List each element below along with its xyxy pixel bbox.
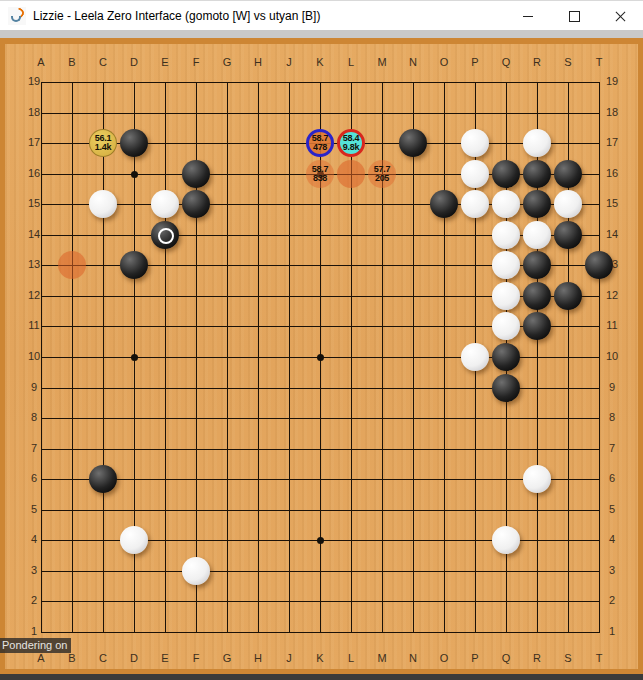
coord-letter-bottom: C	[89, 652, 117, 665]
grid-vline	[444, 82, 445, 633]
coord-letter-top: M	[368, 56, 396, 69]
stone-white-R14[interactable]	[523, 221, 551, 249]
stone-white-D4[interactable]	[120, 526, 148, 554]
stone-white-Q4[interactable]	[492, 526, 520, 554]
coord-number-right: 18	[598, 106, 626, 119]
coord-number-left: 5	[20, 503, 48, 516]
coord-letter-top: B	[58, 56, 86, 69]
coord-number-right: 16	[598, 167, 626, 180]
coord-number-left: 1	[20, 625, 48, 638]
candidate-move-C17[interactable]: 56.11.4k	[89, 129, 117, 157]
stone-white-S15[interactable]	[554, 190, 582, 218]
grid-hline	[41, 418, 600, 419]
coord-number-left: 11	[20, 319, 48, 332]
coord-number-left: 7	[20, 442, 48, 455]
stone-black-F16[interactable]	[182, 160, 210, 188]
coord-letter-bottom: O	[430, 652, 458, 665]
coord-number-left: 12	[20, 289, 48, 302]
close-button[interactable]	[597, 1, 643, 31]
title-bar: Lizzie - Leela Zero Interface (gomoto [W…	[0, 0, 643, 30]
coord-letter-bottom: G	[213, 652, 241, 665]
stone-black-D13[interactable]	[120, 251, 148, 279]
coord-number-right: 14	[598, 228, 626, 241]
coord-letter-bottom: B	[58, 652, 86, 665]
coord-number-left: 18	[20, 106, 48, 119]
coord-letter-bottom: L	[337, 652, 365, 665]
coord-number-left: 3	[20, 564, 48, 577]
coord-letter-top: A	[27, 56, 55, 69]
coord-number-left: 8	[20, 411, 48, 424]
coord-number-left: 4	[20, 533, 48, 546]
stone-black-N17[interactable]	[399, 129, 427, 157]
grid-hline	[41, 510, 600, 511]
coord-number-right: 8	[598, 411, 626, 424]
stone-black-Q16[interactable]	[492, 160, 520, 188]
stone-white-Q12[interactable]	[492, 282, 520, 310]
stone-white-Q13[interactable]	[492, 251, 520, 279]
stone-black-E14[interactable]	[151, 221, 179, 249]
grid-vline	[413, 82, 414, 633]
candidate-move-B13[interactable]	[58, 251, 86, 279]
coord-number-right: 15	[598, 197, 626, 210]
coord-letter-bottom: S	[554, 652, 582, 665]
stone-white-P17[interactable]	[461, 129, 489, 157]
coord-letter-top: N	[399, 56, 427, 69]
stone-black-Q9[interactable]	[492, 374, 520, 402]
coord-letter-top: K	[306, 56, 334, 69]
minimize-button[interactable]	[505, 1, 551, 31]
coord-letter-top: O	[430, 56, 458, 69]
coord-number-left: 10	[20, 350, 48, 363]
coord-number-right: 3	[598, 564, 626, 577]
stone-white-R6[interactable]	[523, 465, 551, 493]
last-move-marker	[158, 228, 174, 244]
minimize-icon	[523, 16, 533, 17]
stone-white-R17[interactable]	[523, 129, 551, 157]
coord-letter-bottom: A	[27, 652, 55, 665]
candidate-visits: 838	[313, 174, 327, 184]
candidate-move-K16[interactable]: 58.7838	[306, 160, 334, 188]
candidate-visits: 9.8k	[343, 143, 359, 153]
coord-letter-top: D	[120, 56, 148, 69]
stone-black-R16[interactable]	[523, 160, 551, 188]
coord-letter-top: Q	[492, 56, 520, 69]
grid-hline	[41, 449, 600, 450]
pondering-status: Pondering on	[0, 638, 71, 653]
coord-number-right: 19	[598, 75, 626, 88]
stone-white-P10[interactable]	[461, 343, 489, 371]
coord-letter-top: L	[337, 56, 365, 69]
coord-letter-bottom: J	[275, 652, 303, 665]
coord-letter-bottom: F	[182, 652, 210, 665]
coord-letter-top: F	[182, 56, 210, 69]
coord-letter-top: S	[554, 56, 582, 69]
coord-number-left: 19	[20, 75, 48, 88]
coord-letter-top: R	[523, 56, 551, 69]
coord-letter-top: J	[275, 56, 303, 69]
coord-letter-top: G	[213, 56, 241, 69]
coord-number-right: 12	[598, 289, 626, 302]
coord-letter-bottom: E	[151, 652, 179, 665]
coord-letter-bottom: N	[399, 652, 427, 665]
stone-white-Q15[interactable]	[492, 190, 520, 218]
coord-letter-top: T	[585, 56, 613, 69]
stone-white-F3[interactable]	[182, 557, 210, 585]
coord-letter-bottom: Q	[492, 652, 520, 665]
coord-number-right: 10	[598, 350, 626, 363]
stone-black-F15[interactable]	[182, 190, 210, 218]
coord-number-right: 5	[598, 503, 626, 516]
stone-white-Q11[interactable]	[492, 312, 520, 340]
stone-black-R15[interactable]	[523, 190, 551, 218]
maximize-icon	[569, 11, 580, 22]
stone-black-R12[interactable]	[523, 282, 551, 310]
candidate-move-K17[interactable]: 58.7478	[306, 129, 334, 157]
coord-number-left: 15	[20, 197, 48, 210]
stone-black-S14[interactable]	[554, 221, 582, 249]
coord-number-right: 4	[598, 533, 626, 546]
stone-black-Q10[interactable]	[492, 343, 520, 371]
stone-white-P15[interactable]	[461, 190, 489, 218]
coord-number-left: 2	[20, 594, 48, 607]
coord-letter-top: C	[89, 56, 117, 69]
candidate-move-L17[interactable]: 58.49.8k	[337, 129, 365, 157]
coord-number-left: 14	[20, 228, 48, 241]
candidate-visits: 1.4k	[95, 143, 111, 153]
window-title: Lizzie - Leela Zero Interface (gomoto [W…	[33, 1, 320, 31]
stone-black-R13[interactable]	[523, 251, 551, 279]
coord-letter-bottom: P	[461, 652, 489, 665]
stone-black-S12[interactable]	[554, 282, 582, 310]
window-bottom-border	[0, 674, 643, 680]
coord-letter-bottom: R	[523, 652, 551, 665]
grid-hline	[41, 571, 600, 572]
coord-letter-bottom: H	[244, 652, 272, 665]
java-app-icon[interactable]	[8, 7, 26, 25]
coord-number-left: 9	[20, 381, 48, 394]
coord-number-right: 9	[598, 381, 626, 394]
coord-number-right: 7	[598, 442, 626, 455]
coord-letter-bottom: T	[585, 652, 613, 665]
stone-white-Q14[interactable]	[492, 221, 520, 249]
star-point	[131, 354, 138, 361]
coord-number-right: 11	[598, 319, 626, 332]
coord-letter-top: P	[461, 56, 489, 69]
grid-hline	[41, 601, 600, 602]
coord-number-right: 17	[598, 136, 626, 149]
coord-letter-top: E	[151, 56, 179, 69]
stone-black-T13[interactable]	[585, 251, 613, 279]
coord-number-left: 17	[20, 136, 48, 149]
stone-black-D17[interactable]	[120, 129, 148, 157]
coord-number-left: 6	[20, 472, 48, 485]
maximize-button[interactable]	[551, 1, 597, 31]
stone-black-O15[interactable]	[430, 190, 458, 218]
coord-number-left: 13	[20, 258, 48, 271]
coord-number-right: 1	[598, 625, 626, 638]
coord-letter-bottom: D	[120, 652, 148, 665]
coord-number-left: 16	[20, 167, 48, 180]
coord-letter-top: H	[244, 56, 272, 69]
stone-white-E15[interactable]	[151, 190, 179, 218]
candidate-visits: 478	[313, 143, 327, 153]
star-point	[131, 171, 138, 178]
stone-white-P16[interactable]	[461, 160, 489, 188]
star-point	[317, 537, 324, 544]
coord-letter-bottom: K	[306, 652, 334, 665]
star-point	[317, 354, 324, 361]
grid-hline	[41, 479, 600, 480]
coord-number-right: 2	[598, 594, 626, 607]
coord-letter-bottom: M	[368, 652, 396, 665]
candidate-visits: 205	[375, 174, 389, 184]
candidate-move-M16[interactable]: 57.7205	[368, 160, 396, 188]
stone-black-S16[interactable]	[554, 160, 582, 188]
java-cup-icon	[11, 16, 21, 22]
candidate-move-L16[interactable]	[337, 160, 365, 188]
window-chrome-strip	[0, 30, 643, 38]
stone-black-R11[interactable]	[523, 312, 551, 340]
grid-hline	[41, 632, 600, 633]
stone-white-C15[interactable]	[89, 190, 117, 218]
coord-number-right: 6	[598, 472, 626, 485]
stone-black-C6[interactable]	[89, 465, 117, 493]
